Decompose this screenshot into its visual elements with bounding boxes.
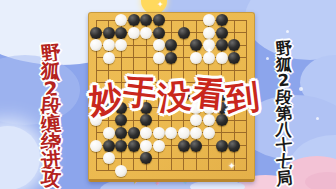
- black-stone: [190, 140, 202, 152]
- white-stone: [140, 127, 152, 139]
- white-stone: [153, 52, 165, 64]
- white-stone: [190, 52, 202, 64]
- star-icon: ✦: [157, 1, 164, 9]
- white-stone: [140, 27, 152, 39]
- white-stone: [153, 39, 165, 51]
- black-stone: [115, 27, 127, 39]
- pink-cloud: [305, 172, 336, 189]
- sparkle-icon: ✦: [228, 161, 236, 171]
- black-stone: [153, 14, 165, 26]
- title-char: 到: [224, 74, 262, 123]
- video-thumbnail: ✦ ✦ ✦ ✦ ✦ ✦ ✦ 野狐2段缠绕进攻 野狐2段第八十七局 妙手没看到: [0, 0, 336, 189]
- sky-sparkle: [286, 30, 289, 33]
- black-stone: [153, 27, 165, 39]
- black-stone: [228, 52, 240, 64]
- title-char: 没: [156, 74, 193, 122]
- black-stone: [140, 152, 152, 164]
- left-caption: 野狐2段缠绕进攻: [32, 45, 70, 187]
- white-stone: [90, 140, 102, 152]
- black-stone: [216, 140, 228, 152]
- white-stone: [115, 165, 127, 177]
- title-char: 攻: [40, 169, 61, 188]
- sparkle-icon: ✦: [205, 45, 213, 56]
- white-stone: [103, 39, 115, 51]
- white-stone: [203, 127, 215, 139]
- black-stone: [140, 14, 152, 26]
- white-stone: [203, 14, 215, 26]
- black-stone: [115, 127, 127, 139]
- black-stone: [103, 27, 115, 39]
- white-stone: [115, 39, 127, 51]
- grid-line: [96, 158, 248, 159]
- black-stone: [178, 27, 190, 39]
- white-stone: [103, 52, 115, 64]
- white-stone: [153, 140, 165, 152]
- black-stone: [128, 14, 140, 26]
- white-stone: [103, 127, 115, 139]
- white-stone: [178, 127, 190, 139]
- black-stone: [103, 140, 115, 152]
- black-stone: [115, 140, 127, 152]
- white-stone: [203, 27, 215, 39]
- black-stone: [190, 39, 202, 51]
- white-stone: [128, 27, 140, 39]
- main-title: 妙手没看到: [89, 74, 259, 119]
- white-stone: [216, 52, 228, 64]
- black-stone: [228, 39, 240, 51]
- white-stone: [140, 140, 152, 152]
- title-char: 局: [275, 170, 293, 188]
- black-stone: [165, 39, 177, 51]
- black-stone: [228, 140, 240, 152]
- sky-sparkle: [316, 117, 319, 120]
- white-stone: [153, 127, 165, 139]
- black-stone: [128, 127, 140, 139]
- title-char: 看: [190, 70, 228, 118]
- right-caption: 野狐2段第八十七局: [266, 41, 302, 187]
- title-char: 妙: [86, 75, 125, 124]
- white-stone: [190, 127, 202, 139]
- white-stone: [103, 152, 115, 164]
- black-stone: [90, 27, 102, 39]
- black-stone: [216, 14, 228, 26]
- black-stone: [178, 140, 190, 152]
- black-stone: [128, 140, 140, 152]
- white-stone: [165, 127, 177, 139]
- title-char: 手: [121, 69, 159, 118]
- black-stone: [165, 52, 177, 64]
- black-stone: [216, 27, 228, 39]
- white-stone: [115, 14, 127, 26]
- white-stone: [90, 39, 102, 51]
- black-stone: [216, 39, 228, 51]
